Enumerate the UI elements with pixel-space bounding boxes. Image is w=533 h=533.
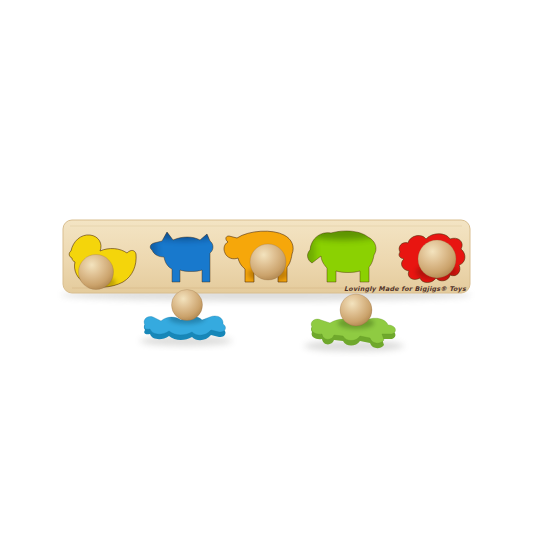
duck-knob[interactable]	[79, 255, 114, 290]
brand-tagline: Lovingly Made for Bigjigs® Toys	[344, 285, 467, 293]
loose-horse-knob[interactable]	[340, 294, 372, 326]
sheep-knob[interactable]	[418, 240, 456, 278]
puzzle-scene: Lovingly Made for Bigjigs® Toys	[0, 0, 533, 533]
product-photo: Lovingly Made for Bigjigs® Toys	[0, 0, 533, 533]
piece-sheep[interactable]	[399, 234, 465, 283]
cow-knob[interactable]	[250, 244, 286, 280]
loose-piece-horse[interactable]	[304, 294, 404, 352]
loose-dog-knob[interactable]	[172, 290, 203, 321]
